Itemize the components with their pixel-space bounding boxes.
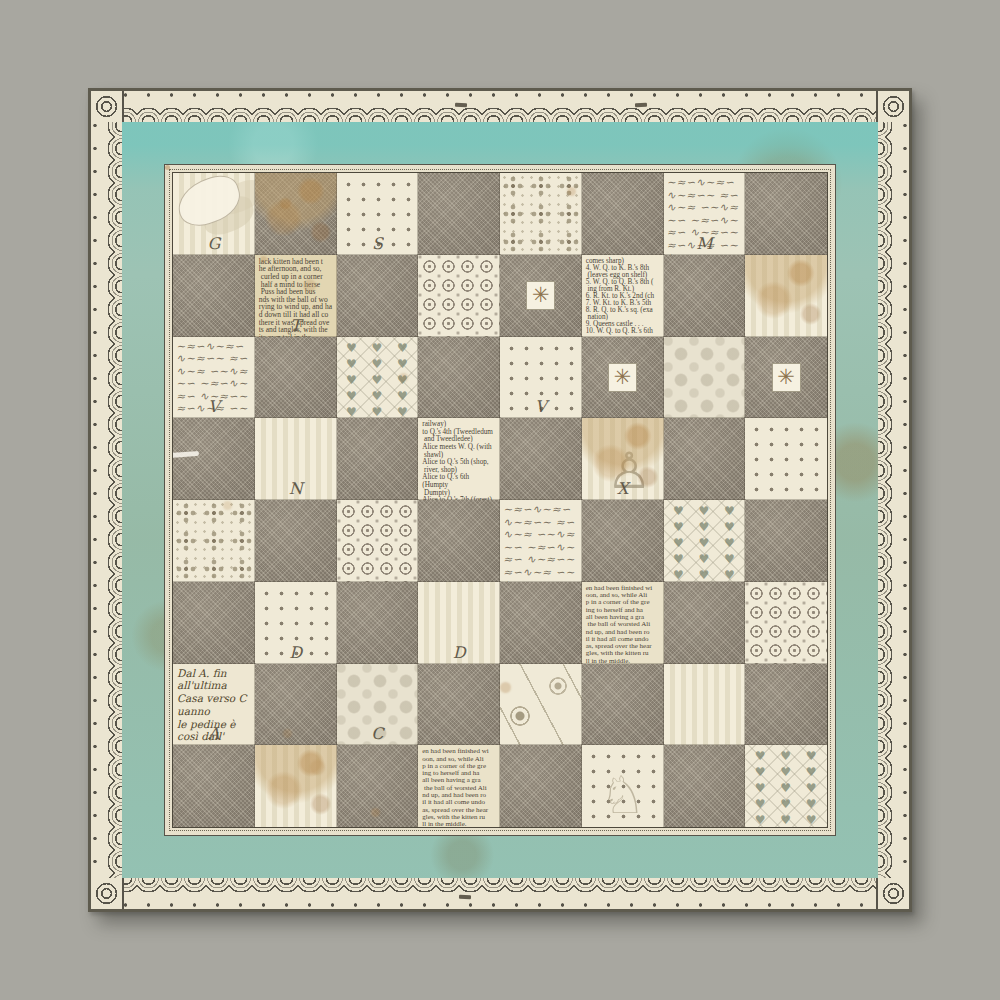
square-g1 [664,745,746,827]
square-g6 [664,337,746,419]
monogram-letter: M [664,234,746,253]
lace-corner-rosette [91,91,122,122]
square-h7 [745,255,827,337]
square-g7 [664,255,746,337]
product-photo-background: GS∼≈∽∿∼≈∽ ∿∼≈∽∼ ≈∽∿∼≈ ∽∼∿≈∼∽ ∼≈∽∿∼≈∽ ∿∼≈… [0,0,1000,1000]
registration-mark [455,103,467,108]
square-e2 [500,664,582,746]
square-f6: ✳ [582,337,664,419]
monogram-letter: S [337,234,419,253]
compass-star-patch: ✳ [526,281,555,310]
square-h4 [745,500,827,582]
square-c7 [337,255,419,337]
hearts-pattern: ♥ ♥ ♥ ♥ ♥ ♥ ♥ ♥ ♥ ♥ ♥ ♥ ♥ ♥ ♥ ♥ ♥ ♥ ♥ ♥ … [745,745,827,827]
printed-text-patch-chessmoves: comes sharp) 4. W. Q. to K. B.'s 8th (le… [582,255,664,337]
monogram-letter: T [255,316,337,335]
square-b2 [255,664,337,746]
square-d3: D [418,582,500,664]
square-a5 [173,418,255,500]
hearts-pattern: ♥ ♥ ♥ ♥ ♥ ♥ ♥ ♥ ♥ ♥ ♥ ♥ ♥ ♥ ♥ ♥ ♥ ♥ ♥ ♥ … [664,500,746,582]
square-e3 [500,582,582,664]
square-a1 [173,745,255,827]
square-a7 [173,255,255,337]
registration-mark [459,895,471,899]
square-c6: ♥ ♥ ♥ ♥ ♥ ♥ ♥ ♥ ♥ ♥ ♥ ♥ ♥ ♥ ♥ ♥ ♥ ♥ ♥ ♥ … [337,337,419,419]
stitched-frame-inner: GS∼≈∽∿∼≈∽ ∿∼≈∽∼ ≈∽∿∼≈ ∽∼∿≈∼∽ ∼≈∽∿∼≈∽ ∿∼≈… [169,169,831,831]
square-d7 [418,255,500,337]
square-b7: lack kitten had been t he afternoon, and… [255,255,337,337]
square-e6: V [500,337,582,419]
square-d2 [418,664,500,746]
monogram-letter: C [337,724,419,743]
monogram-letter: D [255,643,337,662]
square-f2 [582,664,664,746]
handwriting-scribble: ∼≈∽∿∼≈∽ ∿∼≈∽∼ ≈∽∿∼≈ ∽∼∿≈∼∽ ∼≈∽∿∼≈∽ ∿∼≈∽∼… [500,500,582,582]
monogram-letter: N [255,479,337,498]
square-g3 [664,582,746,664]
square-e7: ✳ [500,255,582,337]
square-e8 [500,173,582,255]
monogram-letter: G [173,234,255,253]
knight-silhouette: ♘ [582,769,664,821]
printed-text-patch-kitten2: en had been finished wi oon, and so, whi… [582,582,664,664]
square-e4: ∼≈∽∿∼≈∽ ∿∼≈∽∼ ≈∽∿∼≈ ∽∼∿≈∼∽ ∼≈∽∿∼≈∽ ∿∼≈∽∼… [500,500,582,582]
printed-text-patch-journey: railway) to Q.'s 4th (Tweedledum and Twe… [418,418,500,500]
monogram-letter: V [173,397,255,416]
square-b3: D [255,582,337,664]
monogram-letter: X [582,479,664,498]
square-b4 [255,500,337,582]
lace-corner-rosette [878,878,909,909]
compass-star-patch: ✳ [608,363,637,392]
square-c1 [337,745,419,827]
monogram-letter: D [418,643,500,662]
lace-border-bottom [91,876,909,909]
lace-corner-rosette [91,878,122,909]
square-f5: ♙X [582,418,664,500]
square-e5 [500,418,582,500]
registration-mark [635,103,647,107]
square-f8 [582,173,664,255]
square-d6 [418,337,500,419]
square-g5 [664,418,746,500]
square-g2 [664,664,746,746]
square-a8: G [173,173,255,255]
stitched-frame: GS∼≈∽∿∼≈∽ ∿∼≈∽∼ ≈∽∿∼≈ ∽∼∿≈∼∽ ∼≈∽∿∼≈∽ ∿∼≈… [164,164,836,836]
square-h5 [745,418,827,500]
square-g4: ♥ ♥ ♥ ♥ ♥ ♥ ♥ ♥ ♥ ♥ ♥ ♥ ♥ ♥ ♥ ♥ ♥ ♥ ♥ ♥ … [664,500,746,582]
square-c5 [337,418,419,500]
quilt-chessboard: GS∼≈∽∿∼≈∽ ∿∼≈∽∼ ≈∽∿∼≈ ∽∼∿≈∼∽ ∼≈∽∿∼≈∽ ∿∼≈… [172,172,828,828]
compass-star-patch: ✳ [772,363,801,392]
square-a2: Dal A. fin all'ultima Casa verso C uanno… [173,664,255,746]
lace-scrap [173,173,246,232]
square-h8 [745,173,827,255]
square-d8 [418,173,500,255]
square-a4 [173,500,255,582]
square-b8 [255,173,337,255]
square-h3 [745,582,827,664]
square-c3 [337,582,419,664]
square-h1: ♥ ♥ ♥ ♥ ♥ ♥ ♥ ♥ ♥ ♥ ♥ ♥ ♥ ♥ ♥ ♥ ♥ ♥ ♥ ♥ … [745,745,827,827]
square-c4 [337,500,419,582]
lace-border-left [91,91,124,909]
square-f3: en had been finished wi oon, and so, whi… [582,582,664,664]
monogram-letter: V [500,397,582,416]
scrapbook-paper-sheet: GS∼≈∽∿∼≈∽ ∿∼≈∽∼ ≈∽∿∼≈ ∽∼∿≈∼∽ ∼≈∽∿∼≈∽ ∿∼≈… [88,88,912,912]
lace-border-right [876,91,909,909]
square-c8: S [337,173,419,255]
square-e1 [500,745,582,827]
square-h2 [745,664,827,746]
square-d4 [418,500,500,582]
square-c2: C [337,664,419,746]
hearts-pattern: ♥ ♥ ♥ ♥ ♥ ♥ ♥ ♥ ♥ ♥ ♥ ♥ ♥ ♥ ♥ ♥ ♥ ♥ ♥ ♥ … [337,337,419,419]
square-b1 [255,745,337,827]
square-h6: ✳ [745,337,827,419]
square-f7: comes sharp) 4. W. Q. to K. B.'s 8th (le… [582,255,664,337]
square-f1: ♘ [582,745,664,827]
square-d5: railway) to Q.'s 4th (Tweedledum and Twe… [418,418,500,500]
square-g8: ∼≈∽∿∼≈∽ ∿∼≈∽∼ ≈∽∿∼≈ ∽∼∿≈∼∽ ∼≈∽∿∼≈∽ ∿∼≈∽∼… [664,173,746,255]
square-f4 [582,500,664,582]
square-b5: N [255,418,337,500]
square-a6: ∼≈∽∿∼≈∽ ∿∼≈∽∼ ≈∽∿∼≈ ∽∼∿≈∼∽ ∼≈∽∿∼≈∽ ∿∼≈∽∼… [173,337,255,419]
printed-text-patch-kitten2: en had been finished wi oon, and so, whi… [418,745,500,827]
lace-corner-rosette [878,91,909,122]
square-a3 [173,582,255,664]
lace-border-top [91,91,909,124]
monogram-letter: A [173,724,255,743]
square-b6 [255,337,337,419]
square-d1: en had been finished wi oon, and so, whi… [418,745,500,827]
